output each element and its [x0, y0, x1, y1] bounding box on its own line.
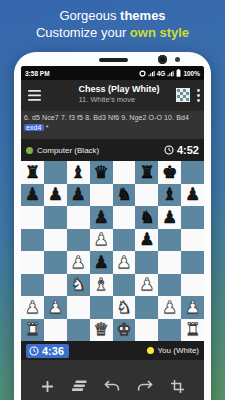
phone-mockup: 3:58 PM 4G 100% Chess (Play White) 11. W…: [14, 52, 211, 400]
square-e6[interactable]: [113, 206, 136, 229]
square-c3[interactable]: ♞: [67, 274, 90, 297]
square-b7[interactable]: ♟: [44, 184, 67, 207]
white-knight[interactable]: ♞: [71, 276, 86, 293]
signal-icon: [148, 70, 155, 77]
white-pawn[interactable]: ♟: [25, 299, 40, 316]
square-g1[interactable]: [158, 319, 181, 342]
square-c8[interactable]: ♝: [67, 161, 90, 184]
overflow-menu-icon[interactable]: [197, 89, 200, 102]
square-h6[interactable]: [181, 206, 204, 229]
square-c7[interactable]: ♟: [67, 184, 90, 207]
white-rook[interactable]: ♜: [25, 321, 40, 338]
black-pawn[interactable]: ♟: [185, 186, 200, 203]
square-f8[interactable]: ♜: [135, 161, 158, 184]
banner-line-1: Gorgeous themes: [0, 7, 225, 24]
square-a1[interactable]: ♜: [21, 319, 44, 342]
square-e2[interactable]: ♞: [113, 296, 136, 319]
square-f6[interactable]: ♞: [135, 206, 158, 229]
white-clock-active: 4:36: [26, 344, 69, 358]
black-bishop[interactable]: ♝: [162, 186, 177, 203]
data-saver-icon: [139, 70, 146, 77]
black-pawn[interactable]: ♟: [25, 186, 40, 203]
app-bar-actions: [176, 88, 200, 102]
network-type-label: 4G: [157, 70, 166, 77]
square-b6[interactable]: [44, 206, 67, 229]
square-h8[interactable]: [181, 161, 204, 184]
white-pawn[interactable]: ♟: [93, 231, 108, 248]
black-queen[interactable]: ♛: [93, 164, 108, 181]
square-a3[interactable]: [21, 274, 44, 297]
square-e3[interactable]: [113, 274, 136, 297]
square-g4[interactable]: [158, 251, 181, 274]
square-f2[interactable]: [135, 296, 158, 319]
promo-background: Gorgeous themes Customize your own style…: [0, 0, 225, 400]
status-bar: 3:58 PM 4G 100%: [21, 66, 204, 80]
square-g7[interactable]: ♝: [158, 184, 181, 207]
move-list-result: *: [44, 124, 49, 131]
square-f4[interactable]: [135, 251, 158, 274]
white-queen[interactable]: ♛: [93, 321, 108, 338]
black-pawn[interactable]: ♟: [71, 186, 86, 203]
square-b5[interactable]: [44, 229, 67, 252]
battery-percent-label: 100%: [183, 70, 200, 77]
chess-board: ♜♝♛♜♚♟♟♟♞♝♟♟♞♟♟♟♟♟♟♞♝♟♟♟♞♟♟♜♛♚♜: [21, 161, 204, 341]
white-clock-time: 4:36: [42, 345, 64, 357]
square-c2[interactable]: [67, 296, 90, 319]
battery-icon: [176, 69, 181, 77]
white-bishop[interactable]: ♝: [93, 276, 108, 293]
black-king[interactable]: ♚: [162, 164, 177, 181]
undo-button[interactable]: [101, 375, 123, 397]
square-a2[interactable]: ♟: [21, 296, 44, 319]
square-a5[interactable]: [21, 229, 44, 252]
banner-line-2: Customize your own style: [0, 24, 225, 41]
square-g8[interactable]: ♚: [158, 161, 181, 184]
app-screen: 3:58 PM 4G 100% Chess (Play White) 11. W…: [21, 66, 204, 400]
phone-sensor-icon: [175, 57, 180, 62]
square-b4[interactable]: [44, 251, 67, 274]
square-e5[interactable]: [113, 229, 136, 252]
square-h4[interactable]: [181, 251, 204, 274]
square-d2[interactable]: [90, 296, 113, 319]
square-g2[interactable]: ♟: [158, 296, 181, 319]
black-rook[interactable]: ♜: [25, 164, 40, 181]
redo-button[interactable]: [134, 375, 156, 397]
black-clock-time: 4:52: [177, 144, 199, 156]
player-bar-black: Computer (Black) 4:52: [21, 139, 204, 161]
square-f1[interactable]: [135, 319, 158, 342]
square-e4[interactable]: ♟: [113, 251, 136, 274]
square-c1[interactable]: [67, 319, 90, 342]
white-pawn[interactable]: ♟: [48, 299, 63, 316]
square-c6[interactable]: [67, 206, 90, 229]
square-f5[interactable]: ♟: [135, 229, 158, 252]
white-pawn[interactable]: ♟: [139, 276, 154, 293]
black-knight[interactable]: ♞: [116, 186, 131, 203]
black-pawn[interactable]: ♟: [162, 209, 177, 226]
square-c4[interactable]: ♟: [67, 251, 90, 274]
promo-banner: Gorgeous themes Customize your own style: [0, 7, 225, 41]
moves-stack-button[interactable]: [69, 375, 91, 397]
bottom-toolbar: [21, 360, 204, 400]
signal-icon-2: [167, 70, 174, 77]
black-player-name: Computer (Black): [37, 146, 99, 155]
black-player-status-dot: [26, 147, 33, 154]
square-h2[interactable]: ♟: [181, 296, 204, 319]
square-b1[interactable]: [44, 319, 67, 342]
white-king[interactable]: ♚: [116, 321, 131, 338]
current-move-highlight[interactable]: exd4: [24, 124, 44, 131]
square-d6[interactable]: ♟: [90, 206, 113, 229]
square-b8[interactable]: [44, 161, 67, 184]
square-f7[interactable]: [135, 184, 158, 207]
clock-icon: [29, 346, 39, 356]
square-h1[interactable]: ♜: [181, 319, 204, 342]
player-bar-white: 4:36 You (White): [21, 341, 204, 360]
square-e7[interactable]: ♞: [113, 184, 136, 207]
square-h7[interactable]: ♟: [181, 184, 204, 207]
phone-speaker: [99, 58, 128, 62]
white-pawn[interactable]: ♟: [185, 299, 200, 316]
black-pawn[interactable]: ♟: [93, 254, 108, 271]
square-e1[interactable]: ♚: [113, 319, 136, 342]
square-a4[interactable]: [21, 251, 44, 274]
square-b3[interactable]: [44, 274, 67, 297]
black-pawn[interactable]: ♟: [93, 209, 108, 226]
white-rook[interactable]: ♜: [185, 321, 200, 338]
black-pawn[interactable]: ♟: [48, 186, 63, 203]
move-list-text: 6. d5 Nce7 7. f3 f5 8. Bd3 Nf6 9. Nge2 O…: [24, 114, 189, 121]
black-clock: 4:52: [164, 144, 199, 156]
phone-camera-icon: [158, 55, 167, 64]
menu-icon[interactable]: [28, 90, 41, 101]
app-title-block: Chess (Play White) 11. White's move: [78, 84, 159, 104]
clock-icon: [164, 145, 174, 155]
square-a7[interactable]: ♟: [21, 184, 44, 207]
square-e8[interactable]: [113, 161, 136, 184]
white-knight[interactable]: ♞: [116, 299, 131, 316]
white-player-status-dot: [147, 347, 154, 354]
square-g5[interactable]: [158, 229, 181, 252]
square-g3[interactable]: [158, 274, 181, 297]
status-time: 3:58 PM: [25, 70, 50, 77]
move-status-subtitle: 11. White's move: [78, 95, 159, 104]
square-a6[interactable]: [21, 206, 44, 229]
black-pawn[interactable]: ♟: [139, 231, 154, 248]
square-d1[interactable]: ♛: [90, 319, 113, 342]
board-theme-icon[interactable]: [176, 88, 190, 102]
square-a8[interactable]: ♜: [21, 161, 44, 184]
square-f3[interactable]: ♟: [135, 274, 158, 297]
square-h3[interactable]: [181, 274, 204, 297]
square-b2[interactable]: ♟: [44, 296, 67, 319]
app-title: Chess (Play White): [78, 84, 159, 95]
black-bishop[interactable]: ♝: [71, 164, 86, 181]
square-d8[interactable]: ♛: [90, 161, 113, 184]
square-d7[interactable]: [90, 184, 113, 207]
black-rook[interactable]: ♜: [139, 164, 154, 181]
app-bar: Chess (Play White) 11. White's move: [21, 80, 204, 111]
square-d3[interactable]: ♝: [90, 274, 113, 297]
white-pawn[interactable]: ♟: [162, 299, 177, 316]
banner-accent-text: own style: [130, 25, 189, 40]
square-d5[interactable]: ♟: [90, 229, 113, 252]
edit-board-crop-button[interactable]: [167, 375, 189, 397]
square-c5[interactable]: [67, 229, 90, 252]
white-pawn[interactable]: ♟: [116, 254, 131, 271]
white-player-name: You (White): [158, 346, 200, 355]
status-icons: 4G 100%: [139, 69, 200, 77]
black-knight[interactable]: ♞: [139, 209, 154, 226]
white-pawn[interactable]: ♟: [71, 254, 86, 271]
square-h5[interactable]: [181, 229, 204, 252]
move-list[interactable]: 6. d5 Nce7 7. f3 f5 8. Bd3 Nf6 9. Nge2 O…: [21, 111, 204, 139]
new-game-plus-button[interactable]: [36, 375, 58, 397]
square-g6[interactable]: ♟: [158, 206, 181, 229]
square-d4[interactable]: ♟: [90, 251, 113, 274]
